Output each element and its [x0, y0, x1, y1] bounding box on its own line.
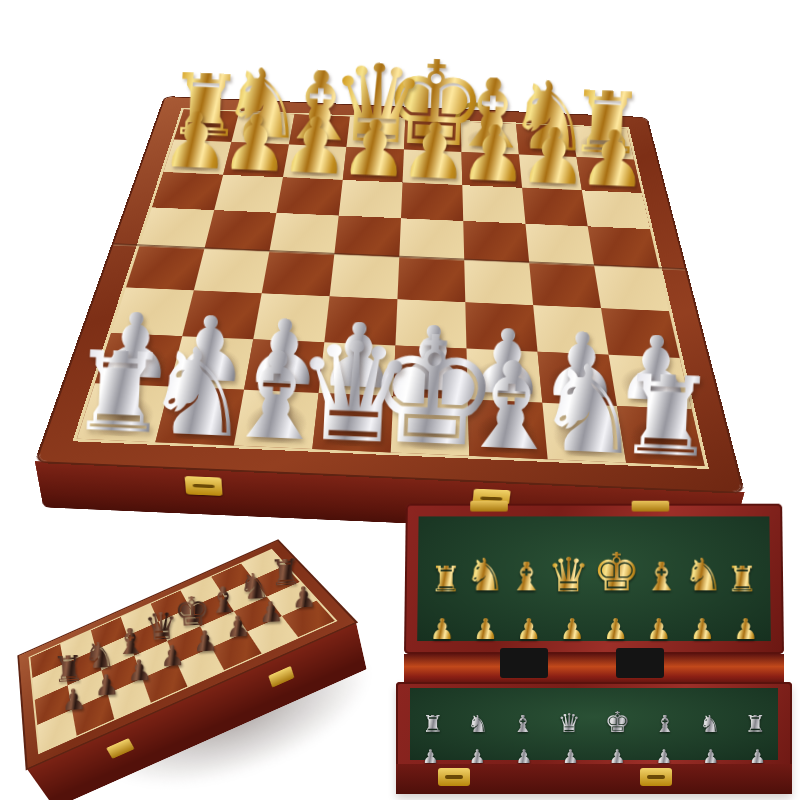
piece-gold-pawn: ♟: [559, 619, 585, 642]
square-d6[interactable]: [339, 180, 403, 218]
hinge-strap-left: [500, 648, 548, 678]
square-d5[interactable]: [334, 216, 401, 257]
piece-gold-rook: ♜: [430, 566, 462, 594]
piece-silver-pawn: ♟: [749, 749, 766, 764]
piece-silver-rook: ♜: [744, 715, 766, 734]
square-b6[interactable]: [214, 175, 283, 213]
square-h7[interactable]: ♟: [576, 158, 641, 194]
square-c5[interactable]: [269, 213, 338, 254]
piece-gold-pawn: ♟: [516, 619, 542, 642]
base-felt-tray: ♜♞♝♛♚♝♞♜ ♟♟♟♟♟♟♟♟: [410, 688, 778, 760]
square-h4[interactable]: [594, 266, 669, 312]
square-g7[interactable]: ♟: [519, 155, 582, 191]
piece-silver-queen: ♛: [558, 713, 581, 733]
square-c6[interactable]: [276, 178, 342, 216]
lid-major-pieces-row: ♜♞♝♛♚♝♞♜: [418, 516, 771, 593]
square-e6[interactable]: [401, 183, 463, 221]
piece-silver-pawn: ♟: [515, 749, 532, 764]
piece-gold-knight: ♞: [682, 558, 723, 593]
square-a5[interactable]: [140, 208, 215, 249]
square-g5[interactable]: [525, 224, 594, 266]
piece-gold-king: ♚: [593, 552, 641, 594]
piece-silver-rook: ♜: [422, 715, 444, 734]
square-f6[interactable]: [462, 186, 525, 225]
folded-square: [37, 709, 77, 752]
piece-silver-bishop: ♝: [512, 715, 534, 734]
square-d4[interactable]: [330, 255, 400, 300]
square-b5[interactable]: [204, 210, 276, 251]
tray-pawn-row: ♟♟♟♟♟♟♟♟: [410, 734, 778, 764]
piece-gold-bishop: ♝: [643, 562, 680, 594]
square-d7[interactable]: ♟: [343, 147, 404, 182]
square-e5[interactable]: [399, 219, 464, 261]
square-b4[interactable]: [194, 249, 270, 294]
storage-box-hinge-strip: [404, 654, 784, 682]
square-g6[interactable]: [522, 188, 588, 227]
storage-box-front-face: [396, 764, 792, 794]
piece-silver-pawn: ♟: [562, 749, 579, 764]
square-f7[interactable]: ♟: [461, 152, 522, 188]
piece-gold-queen: ♛: [547, 556, 590, 593]
square-e4[interactable]: [397, 257, 465, 302]
piece-gold-bishop: ♝: [508, 562, 545, 594]
piece-gold-pawn: ♟: [603, 619, 629, 642]
board-grid[interactable]: ♜♞♝♛♚♝♞♜♟♟♟♟♟♟♟♟♟♟♟♟♟♟♟♟♜♞♝♛♚♝♞♜: [77, 110, 705, 467]
tray-major-pieces-row: ♜♞♝♛♚♝♞♜: [410, 688, 778, 734]
piece-silver-knight: ♞: [467, 715, 489, 734]
folded-latch-right: [268, 665, 294, 687]
board-frame: ♜♞♝♛♚♝♞♜♟♟♟♟♟♟♟♟♟♟♟♟♟♟♟♟♜♞♝♛♚♝♞♜: [37, 97, 742, 492]
lid-hinge-left: [470, 501, 508, 512]
square-c7[interactable]: ♟: [283, 145, 347, 180]
piece-silver-pawn: ♟: [422, 749, 439, 764]
piece-silver-pawn: ♟: [702, 749, 719, 764]
square-a4[interactable]: [126, 246, 204, 291]
piece-gold-rook: ♜: [726, 566, 758, 594]
square-h6[interactable]: [582, 191, 650, 230]
folded-latch-left: [106, 738, 134, 759]
folded-box-top: ♜♞♝♛♚♝♞♜ ♟♟♟♟♟♟♟♟: [19, 540, 355, 767]
piece-silver-pawn: ♟: [656, 749, 673, 764]
storage-box-lid: ♜♞♝♛♚♝♞♜ ♟♟♟♟♟♟♟♟: [404, 504, 784, 654]
piece-gold-pawn: ♟: [646, 619, 672, 642]
square-f4[interactable]: [464, 260, 533, 305]
piece-silver-king: ♚: [604, 711, 630, 734]
hinge-strap-right: [616, 648, 664, 678]
piece-gold-knight: ♞: [464, 558, 505, 593]
lid-felt-panel: ♜♞♝♛♚♝♞♜ ♟♟♟♟♟♟♟♟: [417, 516, 771, 641]
main-board-view: ♜♞♝♛♚♝♞♜♟♟♟♟♟♟♟♟♟♟♟♟♟♟♟♟♜♞♝♛♚♝♞♜: [18, 0, 782, 539]
square-g4[interactable]: [529, 263, 601, 308]
square-e7[interactable]: ♟: [403, 150, 463, 186]
piece-gold-pawn: ♟: [733, 619, 759, 642]
storage-box-base: ♜♞♝♛♚♝♞♜ ♟♟♟♟♟♟♟♟: [396, 682, 792, 794]
piece-silver-bishop: ♝: [654, 715, 676, 734]
main-board-scene: ♜♞♝♛♚♝♞♜♟♟♟♟♟♟♟♟♟♟♟♟♟♟♟♟♜♞♝♛♚♝♞♜: [18, 0, 782, 539]
square-g1[interactable]: ♞: [542, 403, 626, 463]
base-latch-left: [438, 768, 470, 786]
piece-gold-pawn: ♟: [429, 619, 455, 642]
piece-silver-knight: ♞: [699, 715, 721, 734]
piece-silver-pawn: ♟: [469, 749, 486, 764]
square-h5[interactable]: [588, 227, 659, 269]
storage-box-view: ♜♞♝♛♚♝♞♜ ♟♟♟♟♟♟♟♟ ♜♞♝♛♚♝♞♜ ♟♟♟♟♟♟♟♟: [394, 498, 794, 798]
base-latch-right: [640, 768, 672, 786]
square-c4[interactable]: [262, 252, 335, 297]
square-f5[interactable]: [463, 221, 529, 263]
piece-gold-pawn: ♟: [473, 619, 499, 642]
piece-gold-pawn[interactable]: ♟: [577, 128, 649, 191]
square-a6[interactable]: [152, 173, 223, 211]
piece-silver-pawn: ♟: [609, 749, 626, 764]
piece-gold-pawn: ♟: [689, 619, 715, 642]
lid-hinge-right: [632, 501, 670, 512]
piece-silver-knight[interactable]: ♞: [532, 362, 644, 461]
